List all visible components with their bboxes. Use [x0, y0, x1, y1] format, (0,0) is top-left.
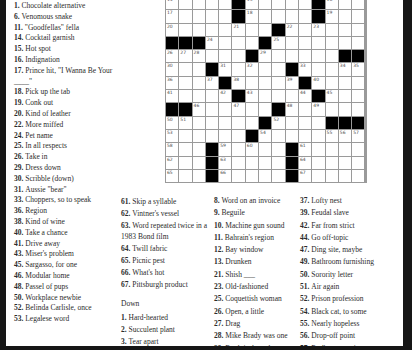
cell-r8c14[interactable]: [339, 77, 351, 89]
clue-number: 57.: [300, 344, 311, 350]
clue: 50. Workplace newbie: [14, 293, 120, 304]
cell-r4c4[interactable]: [206, 24, 218, 36]
clue-number: 63.: [121, 221, 132, 230]
cell-r8c1[interactable]: 36: [166, 77, 178, 89]
cell-r4c1[interactable]: 20: [166, 24, 178, 36]
cell-r7c5[interactable]: 31: [219, 63, 231, 75]
cell-number: 37: [207, 77, 213, 82]
cell-r6c14-black: [339, 50, 351, 62]
cell-r13c13[interactable]: [326, 143, 338, 155]
cell-r6c1[interactable]: 26: [166, 50, 178, 62]
cell-r13c15[interactable]: [352, 143, 364, 155]
cell-r4c10[interactable]: 22: [286, 24, 298, 36]
cell-r15c7[interactable]: [246, 170, 258, 182]
clue: 33. Choppers, so to speak: [14, 195, 120, 206]
clue-number: 1.: [14, 1, 22, 10]
cell-r3c7[interactable]: 18: [246, 10, 258, 22]
clue-number: 31.: [14, 185, 25, 194]
cell-r6c4[interactable]: [206, 50, 218, 62]
cell-r12c9[interactable]: [272, 130, 284, 142]
cell-r13c7[interactable]: 60: [246, 143, 258, 155]
cell-r14c2[interactable]: [179, 157, 191, 169]
clue-number: 29.: [14, 163, 25, 172]
clue: 46. Modular home: [14, 271, 120, 282]
clue: 23. Old-fashioned: [214, 282, 298, 293]
clue: 11. "Goodfellas" fella: [14, 23, 120, 34]
cell-r2c10[interactable]: [286, 0, 298, 9]
cell-r6c6[interactable]: [232, 50, 244, 62]
cell-r10c7[interactable]: [246, 103, 258, 115]
cell-r3c2[interactable]: [179, 10, 191, 22]
cell-r2c15[interactable]: [352, 0, 364, 9]
cell-r5c12[interactable]: [312, 37, 324, 49]
cell-r5c7[interactable]: [246, 37, 258, 49]
clue-number: 25.: [14, 141, 25, 150]
clue: 48. Passel of pups: [14, 282, 120, 293]
clue-number: 26.: [214, 307, 225, 316]
cell-r11c6[interactable]: [232, 117, 244, 129]
cell-r13c11[interactable]: 61: [299, 143, 311, 155]
cell-r4c8[interactable]: [259, 24, 271, 36]
cell-r5c6[interactable]: [232, 37, 244, 49]
clue-number: 24.: [14, 131, 25, 140]
cell-r9c5[interactable]: 42: [219, 90, 231, 102]
clue: 37. Lofty nest: [300, 196, 404, 207]
cell-r10c3[interactable]: 46: [193, 103, 205, 115]
cell-r14c3[interactable]: [193, 157, 205, 169]
cell-r3c8[interactable]: [259, 10, 271, 22]
cell-r7c11[interactable]: 33: [299, 63, 311, 75]
cell-r13c2[interactable]: [179, 143, 191, 155]
clue-number: 25.: [214, 294, 225, 303]
clue: 63. Word repeated twice in a 1983 Bond f…: [121, 220, 209, 242]
cell-r9c6-black: [232, 90, 244, 102]
cell-r2c3[interactable]: [193, 0, 205, 9]
cell-r15c11[interactable]: 67: [299, 170, 311, 182]
clue: 11. Bahrain's region: [214, 233, 298, 244]
cell-r4c11[interactable]: [299, 24, 311, 36]
cell-r14c15[interactable]: [352, 157, 364, 169]
clue: 61. Skip a syllable: [121, 196, 209, 207]
cell-r15c9[interactable]: [272, 170, 284, 182]
cell-r8c7[interactable]: [246, 77, 258, 89]
clue-number: 54.: [300, 307, 311, 316]
cell-r2c7[interactable]: 15: [246, 0, 258, 9]
cell-r11c4[interactable]: [206, 117, 218, 129]
clue-number: 11.: [14, 23, 25, 32]
cell-r3c10[interactable]: [286, 10, 298, 22]
clue: 43. Miser's problem: [14, 249, 120, 260]
clue: 30. Scribble (down): [14, 174, 120, 185]
cell-r9c2[interactable]: [179, 90, 191, 102]
cell-r13c6[interactable]: [232, 143, 244, 155]
clue: 40. Take a chance: [14, 228, 120, 239]
cell-number: 23: [313, 24, 319, 29]
cell-r7c12[interactable]: [312, 63, 324, 75]
cell-r5c15[interactable]: [352, 37, 364, 49]
cell-number: 38: [233, 77, 239, 82]
cell-r12c6[interactable]: [232, 130, 244, 142]
cell-r12c4[interactable]: [206, 130, 218, 142]
cell-r7c9[interactable]: [272, 63, 284, 75]
cell-r2c13[interactable]: 16: [326, 0, 338, 9]
cell-r9c11[interactable]: 44: [299, 90, 311, 102]
cell-r10c9-black: [272, 103, 284, 115]
cell-r9c15[interactable]: [352, 90, 364, 102]
clue-number: 53.: [14, 314, 25, 323]
cell-number: 21: [233, 24, 239, 29]
cell-r14c4-black: [206, 157, 218, 169]
cell-r15c10-black: [286, 170, 298, 182]
cell-r5c5[interactable]: [219, 37, 231, 49]
cell-r4c13[interactable]: [326, 24, 338, 36]
clue: 14. Cocktail garnish: [14, 33, 120, 44]
cell-r15c14[interactable]: [339, 170, 351, 182]
cell-number: 62: [167, 157, 173, 162]
cell-r9c10[interactable]: [286, 90, 298, 102]
cell-r12c14[interactable]: 56: [339, 130, 351, 142]
cell-number: 60: [247, 143, 253, 148]
clue-number: 18.: [14, 87, 25, 96]
cell-number: 30: [167, 63, 173, 68]
cell-r8c4[interactable]: 37: [206, 77, 218, 89]
cell-r9c13[interactable]: 45: [326, 90, 338, 102]
cell-number: 50: [167, 117, 173, 122]
cell-r10c10[interactable]: 48: [286, 103, 298, 115]
cell-r5c13[interactable]: [326, 37, 338, 49]
cell-r2c2[interactable]: [179, 0, 191, 9]
cell-r3c11[interactable]: [299, 10, 311, 22]
cell-r9c7[interactable]: 43: [246, 90, 258, 102]
cell-number: 15: [247, 0, 253, 2]
cell-r6c13[interactable]: [326, 50, 338, 62]
clue: 31. Aussie "bear": [14, 185, 120, 196]
cell-r12c15[interactable]: 57: [352, 130, 364, 142]
cell-r12c1[interactable]: 53: [166, 130, 178, 142]
cell-r4c6[interactable]: 21: [232, 24, 244, 36]
clue-number: 1.: [121, 313, 129, 322]
cell-r6c12[interactable]: [312, 50, 324, 62]
cell-r14c13[interactable]: [326, 157, 338, 169]
cell-r3c5[interactable]: [219, 10, 231, 22]
cell-r10c2-black: [179, 103, 191, 115]
cell-r7c8[interactable]: [259, 63, 271, 75]
cell-number: 58: [167, 143, 173, 148]
cell-number: 42: [220, 90, 226, 95]
cell-number: 66: [220, 170, 226, 175]
cell-r2c6-black: [232, 0, 244, 9]
cell-r6c10[interactable]: [286, 50, 298, 62]
cell-r12c11[interactable]: [299, 130, 311, 142]
cell-r8c13[interactable]: [326, 77, 338, 89]
down-clues-column-2: 8. Word on an invoice9. Beguile10. Machi…: [214, 196, 298, 350]
across-clues-column: 1. Chocolate alternative6. Venomous snak…: [14, 1, 120, 325]
cell-r8c9[interactable]: [272, 77, 284, 89]
cell-r12c5[interactable]: [219, 130, 231, 142]
cell-r15c3[interactable]: [193, 170, 205, 182]
cell-r13c9[interactable]: [272, 143, 284, 155]
down-section-header: Down: [121, 298, 209, 309]
cell-r10c13[interactable]: [326, 103, 338, 115]
cell-r3c14[interactable]: [339, 10, 351, 22]
cell-r7c10-black: [286, 63, 298, 75]
cell-r10c14[interactable]: [339, 103, 351, 115]
cell-number: 56: [340, 130, 346, 135]
cell-r8c2[interactable]: [179, 77, 191, 89]
clue-number: 56.: [300, 331, 311, 340]
clue: 41. Drive away: [14, 239, 120, 250]
cell-r7c13[interactable]: [326, 63, 338, 75]
cell-r12c8[interactable]: 54: [259, 130, 271, 142]
clue: 66. What's hot: [121, 267, 209, 278]
cell-r15c5[interactable]: 66: [219, 170, 231, 182]
cell-r3c4[interactable]: [206, 10, 218, 22]
cell-r4c3[interactable]: [193, 24, 205, 36]
cell-r15c2[interactable]: [179, 170, 191, 182]
cell-r6c9[interactable]: [272, 50, 284, 62]
cell-r13c8[interactable]: [259, 143, 271, 155]
cell-r8c6[interactable]: 38: [232, 77, 244, 89]
clue-number: 41.: [14, 239, 25, 248]
cell-number: 41: [167, 90, 173, 95]
cell-r11c1[interactable]: 50: [166, 117, 178, 129]
clue: 44. Go off-topic: [300, 233, 404, 244]
cell-r4c12[interactable]: 23: [312, 24, 324, 36]
cell-number: 44: [300, 90, 306, 95]
cell-r12c12[interactable]: [312, 130, 324, 142]
cell-r5c10[interactable]: [286, 37, 298, 49]
cell-r9c8[interactable]: [259, 90, 271, 102]
clue: 53. Legalese word: [14, 314, 120, 325]
cell-number: 16: [327, 0, 333, 2]
cell-r14c1[interactable]: 62: [166, 157, 178, 169]
cell-r13c14[interactable]: [339, 143, 351, 155]
cell-r3c3[interactable]: [193, 10, 205, 22]
cell-r15c1[interactable]: 65: [166, 170, 178, 182]
cell-number: 59: [220, 143, 226, 148]
cell-r4c7[interactable]: [246, 24, 258, 36]
clue-number: 27.: [214, 319, 225, 328]
clue-number: 66.: [121, 268, 132, 277]
cell-r2c5[interactable]: [219, 0, 231, 9]
clue-number: 6.: [14, 12, 22, 21]
clue-number: 48.: [14, 282, 25, 291]
cell-r7c14[interactable]: 34: [339, 63, 351, 75]
cell-r11c12[interactable]: [312, 117, 324, 129]
clue: 24. Pet name: [14, 131, 120, 142]
clue-number: 14.: [14, 33, 25, 42]
cell-r14c7[interactable]: [246, 157, 258, 169]
cell-number: 46: [194, 103, 200, 108]
clue-number: 37.: [300, 196, 311, 205]
clue-number: 40.: [14, 228, 25, 237]
cell-r4c15[interactable]: [352, 24, 364, 36]
clue: 20. Kind of leather: [14, 109, 120, 120]
cell-r15c12[interactable]: [312, 170, 324, 182]
clue: 62. Vintner's vessel: [121, 208, 209, 219]
cell-r11c8-black: [259, 117, 271, 129]
cell-r12c13[interactable]: 55: [326, 130, 338, 142]
clue: 57. Rod's companion: [300, 344, 404, 350]
clue: 12. Bay window: [214, 245, 298, 256]
cell-r9c14[interactable]: [339, 90, 351, 102]
cell-r13c12[interactable]: [312, 143, 324, 155]
cell-r9c1[interactable]: 41: [166, 90, 178, 102]
clue: 50. Sorority letter: [300, 270, 404, 281]
across-continued-and-down-start-column: 61. Skip a syllable62. Vintner's vessel6…: [121, 196, 209, 350]
cell-r10c12[interactable]: 49: [312, 103, 324, 115]
clue-number: 61.: [121, 197, 132, 206]
cell-r8c15[interactable]: [352, 77, 364, 89]
cell-number: 45: [327, 90, 333, 95]
cell-r2c9[interactable]: [272, 0, 284, 9]
cell-r14c12[interactable]: [312, 157, 324, 169]
cell-r15c6[interactable]: [232, 170, 244, 182]
clue-number: 50.: [14, 293, 25, 302]
clue-number: 20.: [14, 109, 25, 118]
clue-number: 55.: [300, 319, 311, 328]
cell-r11c7[interactable]: [246, 117, 258, 129]
cell-r10c11[interactable]: [299, 103, 311, 115]
cell-number: 55: [327, 130, 333, 135]
cell-r9c4[interactable]: [206, 90, 218, 102]
clue-number: 19.: [14, 98, 25, 107]
cell-number: 18: [247, 10, 253, 15]
cell-number: 24: [207, 37, 213, 42]
cell-number: 51: [180, 117, 186, 122]
cell-r8c3[interactable]: [193, 77, 205, 89]
cell-r4c9-black: [272, 24, 284, 36]
crossword-page: 1415161718192021222324252627282930313233…: [0, 0, 412, 350]
cell-r9c3[interactable]: [193, 90, 205, 102]
clue: 25. Coquettish woman: [214, 294, 298, 305]
cell-r3c13[interactable]: 19: [326, 10, 338, 22]
cell-r7c2[interactable]: [179, 63, 191, 75]
clue-number: 30.: [14, 174, 25, 183]
cell-r6c3[interactable]: 28: [193, 50, 205, 62]
cell-r2c14[interactable]: [339, 0, 351, 9]
cell-r12c3[interactable]: [193, 130, 205, 142]
cell-r12c2[interactable]: [179, 130, 191, 142]
cell-r7c1[interactable]: 30: [166, 63, 178, 75]
cell-r15c13[interactable]: [326, 170, 338, 182]
down-clues-column-3: 37. Lofty nest39. Feudal slave42. Far fr…: [300, 196, 404, 350]
cell-r2c8[interactable]: [259, 0, 271, 9]
clue: 6. Venomous snake: [14, 12, 120, 23]
cell-r11c2[interactable]: 51: [179, 117, 191, 129]
cell-number: 26: [167, 50, 173, 55]
cell-r14c9[interactable]: [272, 157, 284, 169]
cell-r5c4[interactable]: 24: [206, 37, 218, 49]
clue-number: 36.: [14, 206, 25, 215]
cell-r4c14[interactable]: [339, 24, 351, 36]
cell-r14c6[interactable]: [232, 157, 244, 169]
clue: 42. Far from strict: [300, 221, 404, 232]
clue-number: 12.: [214, 245, 225, 254]
cell-r4c2[interactable]: [179, 24, 191, 36]
clue: 15. Hot spot: [14, 44, 120, 55]
clue: 39. Feudal slave: [300, 208, 404, 219]
cell-r8c8[interactable]: [259, 77, 271, 89]
cell-r6c11[interactable]: [299, 50, 311, 62]
cell-r7c15[interactable]: 35: [352, 63, 364, 75]
cell-r10c5[interactable]: [219, 103, 231, 115]
cell-r13c5[interactable]: 59: [219, 143, 231, 155]
cell-r10c6[interactable]: 47: [232, 103, 244, 115]
clue-number: 17.: [14, 66, 25, 75]
cell-r8c5-black: [219, 77, 231, 89]
cell-r3c15[interactable]: [352, 10, 364, 22]
cell-number: 14: [167, 0, 173, 2]
cell-r3c1[interactable]: 17: [166, 10, 178, 22]
cell-r11c5[interactable]: [219, 117, 231, 129]
clue: 64. Twill fabric: [121, 243, 209, 254]
cell-r6c7-black: [246, 50, 258, 62]
cell-r2c1[interactable]: 14: [166, 0, 178, 9]
clue: 8. Word on an invoice: [214, 196, 298, 207]
cell-r5c11[interactable]: [299, 37, 311, 49]
cell-r3c6-black: [232, 10, 244, 22]
clue: 16. Indignation: [14, 55, 120, 66]
cell-r14c8[interactable]: [259, 157, 271, 169]
cell-r14c5[interactable]: 63: [219, 157, 231, 169]
cell-number: 48: [287, 103, 293, 108]
cell-r12c10[interactable]: [286, 130, 298, 142]
cell-r9c9[interactable]: [272, 90, 284, 102]
cell-r10c4[interactable]: [206, 103, 218, 115]
clue-number: 23.: [214, 282, 225, 291]
cell-r7c6[interactable]: [232, 63, 244, 75]
cell-number: 17: [167, 10, 173, 15]
clue-number: 51.: [300, 282, 311, 291]
cell-r2c4[interactable]: [206, 0, 218, 9]
cell-r6c5[interactable]: [219, 50, 231, 62]
cell-number: 25: [273, 37, 279, 42]
cell-r10c15[interactable]: [352, 103, 364, 115]
cell-r11c10[interactable]: [286, 117, 298, 129]
cell-r15c4-black: [206, 170, 218, 182]
cell-r4c5[interactable]: [219, 24, 231, 36]
cell-r7c7[interactable]: 32: [246, 63, 258, 75]
cell-r3c9[interactable]: [272, 10, 284, 22]
cell-r2c11[interactable]: [299, 0, 311, 9]
cell-r15c15[interactable]: [352, 170, 364, 182]
cell-r11c11[interactable]: [299, 117, 311, 129]
cell-number: 22: [287, 24, 293, 29]
cell-r6c8[interactable]: 29: [259, 50, 271, 62]
cell-number: 35: [353, 63, 359, 68]
cell-r5c9[interactable]: 25: [272, 37, 284, 49]
clue: 2. Succulent plant: [121, 324, 209, 335]
cell-r5c14[interactable]: [339, 37, 351, 49]
cell-r5c1-black: [166, 37, 178, 49]
cell-r14c11[interactable]: 64: [299, 157, 311, 169]
cell-r13c3[interactable]: [193, 143, 205, 155]
cell-r14c14[interactable]: [339, 157, 351, 169]
cell-r7c3[interactable]: [193, 63, 205, 75]
cell-r11c9[interactable]: 52: [272, 117, 284, 129]
cell-r8c12[interactable]: 40: [312, 77, 324, 89]
clue-number: 64.: [121, 244, 132, 253]
cell-number: 65: [167, 170, 173, 175]
cell-r8c10[interactable]: 39: [286, 77, 298, 89]
cell-r10c8[interactable]: [259, 103, 271, 115]
cell-r15c8[interactable]: [259, 170, 271, 182]
cell-r13c1[interactable]: 58: [166, 143, 178, 155]
cell-r11c3[interactable]: [193, 117, 205, 129]
cell-r6c2[interactable]: 27: [179, 50, 191, 62]
cell-number: 28: [194, 50, 200, 55]
